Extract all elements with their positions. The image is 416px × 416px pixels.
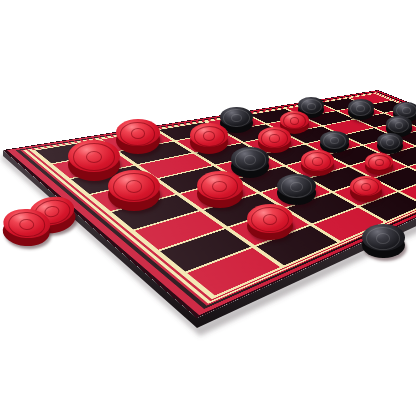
checker-crown-ring xyxy=(312,157,323,166)
board-scene xyxy=(0,0,416,416)
checker-red-offboard-2[interactable] xyxy=(1,208,50,248)
checker-red-c3r6[interactable] xyxy=(350,176,383,202)
checker-black-c6r1[interactable] xyxy=(348,99,374,120)
checker-crown-ring xyxy=(290,182,302,192)
checker-crown-ring xyxy=(269,134,280,143)
checker-red-c1r4[interactable] xyxy=(197,171,243,207)
checker-crown-ring xyxy=(356,105,364,112)
checker-red-c2r1[interactable] xyxy=(190,123,228,153)
checker-crown-ring xyxy=(131,128,145,139)
checker-crown-ring xyxy=(126,180,143,192)
checker-red-c0r3[interactable] xyxy=(108,170,160,211)
checker-black-offboard-3[interactable] xyxy=(362,224,405,258)
checker-red-c1r0[interactable] xyxy=(116,119,160,154)
checker-red-c4r5[interactable] xyxy=(365,153,393,175)
checker-red-c3r4[interactable] xyxy=(301,150,334,176)
checker-red-c1r6[interactable] xyxy=(247,204,293,241)
checker-crown-ring xyxy=(395,122,403,129)
checker-crown-ring xyxy=(263,214,278,225)
checker-crown-ring xyxy=(376,233,390,244)
checker-crown-ring xyxy=(307,103,315,110)
checker-crown-ring xyxy=(244,155,256,165)
checker-crown-ring xyxy=(231,114,242,123)
checker-crown-ring xyxy=(375,159,384,167)
checker-crown-ring xyxy=(402,107,410,114)
checker-crown-ring xyxy=(86,151,103,163)
checker-black-c2r5[interactable] xyxy=(277,174,316,205)
checker-black-c5r4[interactable] xyxy=(377,133,403,154)
checker-crown-ring xyxy=(386,139,394,146)
